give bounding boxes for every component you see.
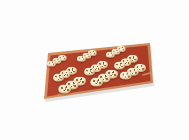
cookie	[120, 72, 132, 80]
product-photo	[0, 0, 189, 140]
cookie	[77, 56, 86, 62]
cookie	[84, 68, 95, 76]
cookie	[53, 74, 64, 82]
cookie	[47, 61, 56, 67]
cookie	[114, 62, 125, 70]
cookie	[90, 78, 103, 87]
cookie-layer	[0, 0, 189, 140]
cookie	[58, 85, 71, 94]
cookie	[106, 52, 115, 58]
